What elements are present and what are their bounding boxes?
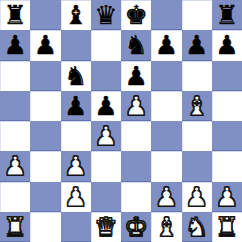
square-c8[interactable]: ♝ xyxy=(61,0,91,30)
piece-white-rook[interactable]: ♜ xyxy=(3,212,26,242)
square-h1[interactable]: ♜ xyxy=(212,212,242,242)
square-h3[interactable] xyxy=(212,151,242,181)
square-c4[interactable] xyxy=(61,121,91,151)
square-f7[interactable]: ♟ xyxy=(151,30,181,60)
square-d7[interactable] xyxy=(91,30,121,60)
piece-black-knight[interactable]: ♞ xyxy=(124,30,147,60)
square-a8[interactable]: ♜ xyxy=(0,0,30,30)
square-h7[interactable]: ♟ xyxy=(212,30,242,60)
piece-white-pawn[interactable]: ♟ xyxy=(64,182,87,212)
square-a7[interactable]: ♟ xyxy=(0,30,30,60)
square-f6[interactable] xyxy=(151,61,181,91)
piece-white-pawn[interactable]: ♟ xyxy=(94,121,117,151)
piece-white-pawn[interactable]: ♟ xyxy=(215,182,238,212)
piece-black-pawn[interactable]: ♟ xyxy=(3,30,26,60)
square-a3[interactable]: ♟ xyxy=(0,151,30,181)
square-e4[interactable] xyxy=(121,121,151,151)
square-d6[interactable] xyxy=(91,61,121,91)
piece-black-pawn[interactable]: ♟ xyxy=(94,91,117,121)
square-c1[interactable] xyxy=(61,212,91,242)
square-f4[interactable] xyxy=(151,121,181,151)
square-f5[interactable] xyxy=(151,91,181,121)
square-d1[interactable]: ♛ xyxy=(91,212,121,242)
piece-black-queen[interactable]: ♛ xyxy=(94,0,117,30)
square-b6[interactable] xyxy=(30,61,60,91)
square-a6[interactable] xyxy=(0,61,30,91)
square-b3[interactable] xyxy=(30,151,60,181)
piece-black-pawn[interactable]: ♟ xyxy=(34,30,57,60)
piece-black-pawn[interactable]: ♟ xyxy=(215,30,238,60)
square-g8[interactable] xyxy=(182,0,212,30)
square-g4[interactable] xyxy=(182,121,212,151)
piece-black-rook[interactable]: ♜ xyxy=(3,0,26,30)
piece-black-pawn[interactable]: ♟ xyxy=(124,61,147,91)
square-e2[interactable] xyxy=(121,182,151,212)
square-d3[interactable] xyxy=(91,151,121,181)
square-b2[interactable] xyxy=(30,182,60,212)
square-e8[interactable]: ♚ xyxy=(121,0,151,30)
piece-black-pawn[interactable]: ♟ xyxy=(155,30,178,60)
square-b4[interactable] xyxy=(30,121,60,151)
piece-white-king[interactable]: ♚ xyxy=(124,212,147,242)
square-f1[interactable]: ♝ xyxy=(151,212,181,242)
square-a1[interactable]: ♜ xyxy=(0,212,30,242)
piece-white-bishop[interactable]: ♝ xyxy=(185,91,208,121)
square-f3[interactable] xyxy=(151,151,181,181)
square-d2[interactable] xyxy=(91,182,121,212)
square-e3[interactable] xyxy=(121,151,151,181)
square-e7[interactable]: ♞ xyxy=(121,30,151,60)
square-c2[interactable]: ♟ xyxy=(61,182,91,212)
square-c6[interactable]: ♞ xyxy=(61,61,91,91)
piece-white-bishop[interactable]: ♝ xyxy=(155,212,178,242)
square-f2[interactable]: ♟ xyxy=(151,182,181,212)
piece-black-pawn[interactable]: ♟ xyxy=(185,30,208,60)
piece-black-pawn[interactable]: ♟ xyxy=(64,91,87,121)
piece-white-pawn[interactable]: ♟ xyxy=(3,151,26,181)
piece-black-knight[interactable]: ♞ xyxy=(64,61,87,91)
square-e5[interactable]: ♟ xyxy=(121,91,151,121)
square-g1[interactable]: ♞ xyxy=(182,212,212,242)
piece-black-bishop[interactable]: ♝ xyxy=(64,0,87,30)
piece-white-pawn[interactable]: ♟ xyxy=(124,91,147,121)
square-a2[interactable] xyxy=(0,182,30,212)
piece-white-pawn[interactable]: ♟ xyxy=(185,182,208,212)
square-f8[interactable] xyxy=(151,0,181,30)
piece-white-knight[interactable]: ♞ xyxy=(185,212,208,242)
square-a4[interactable] xyxy=(0,121,30,151)
square-c3[interactable]: ♟ xyxy=(61,151,91,181)
square-e1[interactable]: ♚ xyxy=(121,212,151,242)
square-h4[interactable] xyxy=(212,121,242,151)
square-c5[interactable]: ♟ xyxy=(61,91,91,121)
square-g3[interactable] xyxy=(182,151,212,181)
square-e6[interactable]: ♟ xyxy=(121,61,151,91)
chess-board: ♜♝♛♚♜♟♟♞♟♟♟♞♟♟♟♟♝♟♟♟♟♟♟♟♜♛♚♝♞♜ xyxy=(0,0,242,242)
square-d4[interactable]: ♟ xyxy=(91,121,121,151)
square-a5[interactable] xyxy=(0,91,30,121)
piece-black-rook[interactable]: ♜ xyxy=(215,0,238,30)
square-h5[interactable] xyxy=(212,91,242,121)
square-d8[interactable]: ♛ xyxy=(91,0,121,30)
square-b1[interactable] xyxy=(30,212,60,242)
square-b5[interactable] xyxy=(30,91,60,121)
square-g6[interactable] xyxy=(182,61,212,91)
square-h2[interactable]: ♟ xyxy=(212,182,242,212)
square-d5[interactable]: ♟ xyxy=(91,91,121,121)
piece-white-rook[interactable]: ♜ xyxy=(215,212,238,242)
piece-white-pawn[interactable]: ♟ xyxy=(64,151,87,181)
square-g2[interactable]: ♟ xyxy=(182,182,212,212)
square-h8[interactable]: ♜ xyxy=(212,0,242,30)
square-g7[interactable]: ♟ xyxy=(182,30,212,60)
square-h6[interactable] xyxy=(212,61,242,91)
square-c7[interactable] xyxy=(61,30,91,60)
square-g5[interactable]: ♝ xyxy=(182,91,212,121)
piece-black-king[interactable]: ♚ xyxy=(124,0,147,30)
square-b8[interactable] xyxy=(30,0,60,30)
piece-white-pawn[interactable]: ♟ xyxy=(155,182,178,212)
piece-white-queen[interactable]: ♛ xyxy=(94,212,117,242)
square-b7[interactable]: ♟ xyxy=(30,30,60,60)
